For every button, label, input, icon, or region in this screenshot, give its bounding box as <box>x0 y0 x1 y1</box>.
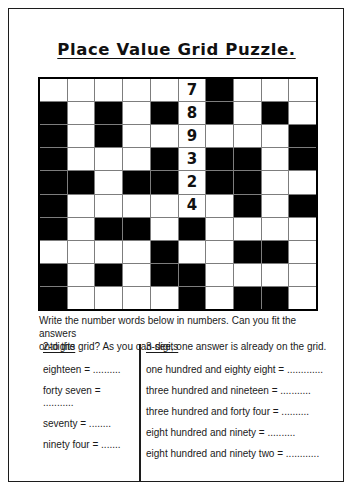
black-cell <box>123 171 150 193</box>
black-cell <box>206 148 233 170</box>
empty-cell <box>68 148 95 170</box>
empty-cell <box>95 171 122 193</box>
empty-cell <box>68 287 95 309</box>
empty-cell <box>289 102 316 124</box>
black-cell <box>40 148 67 170</box>
empty-cell <box>95 241 122 263</box>
empty-cell <box>289 171 316 193</box>
black-cell <box>262 287 289 309</box>
empty-cell <box>262 125 289 147</box>
black-cell <box>95 264 122 286</box>
prefilled-digit-cell: 8 <box>179 102 206 124</box>
empty-cell <box>68 241 95 263</box>
empty-cell <box>123 79 150 101</box>
empty-cell <box>234 125 261 147</box>
clue-item: eight hundred and ninety = .......... <box>146 427 336 439</box>
empty-cell <box>68 125 95 147</box>
empty-cell <box>289 79 316 101</box>
empty-cell <box>151 125 178 147</box>
empty-cell <box>179 241 206 263</box>
empty-cell <box>123 148 150 170</box>
black-cell <box>68 171 95 193</box>
empty-cell <box>206 195 233 217</box>
clue-item: seventy = ........ <box>43 418 133 430</box>
three-digit-header: 3-digits <box>146 341 336 353</box>
empty-cell <box>95 148 122 170</box>
empty-cell <box>262 79 289 101</box>
empty-cell <box>206 125 233 147</box>
empty-cell <box>40 79 67 101</box>
three-digit-clues: 3-digits one hundred and eighty eight = … <box>146 341 336 469</box>
empty-cell <box>234 102 261 124</box>
empty-cell <box>206 241 233 263</box>
black-cell <box>262 102 289 124</box>
black-cell <box>151 264 178 286</box>
clue-item: forty seven = ........... <box>43 385 133 409</box>
black-cell <box>40 102 67 124</box>
black-cell <box>234 195 261 217</box>
black-cell <box>179 264 206 286</box>
black-cell <box>40 218 67 240</box>
empty-cell <box>95 195 122 217</box>
black-cell <box>234 171 261 193</box>
empty-cell <box>206 287 233 309</box>
empty-cell <box>262 171 289 193</box>
clue-item: eighteen = .......... <box>43 364 133 376</box>
black-cell <box>234 148 261 170</box>
black-cell <box>40 195 67 217</box>
empty-cell <box>151 79 178 101</box>
empty-cell <box>123 287 150 309</box>
two-digit-header: 2-digits <box>43 341 133 353</box>
prefilled-digit-cell: 9 <box>179 125 206 147</box>
empty-cell <box>289 241 316 263</box>
black-cell <box>206 79 233 101</box>
empty-cell <box>68 264 95 286</box>
black-cell <box>123 218 150 240</box>
empty-cell <box>234 79 261 101</box>
black-cell <box>262 241 289 263</box>
black-cell <box>179 287 206 309</box>
black-cell <box>206 102 233 124</box>
empty-cell <box>234 264 261 286</box>
clue-item: ninety four = ....... <box>43 439 133 451</box>
page-title: Place Value Grid Puzzle. <box>0 40 353 59</box>
black-cell <box>206 171 233 193</box>
clue-item: eight hundred and ninety two = .........… <box>146 448 336 460</box>
black-cell <box>95 102 122 124</box>
black-cell <box>95 218 122 240</box>
empty-cell <box>40 241 67 263</box>
black-cell <box>289 195 316 217</box>
empty-cell <box>123 102 150 124</box>
instructions-line-1: Write the number words below in numbers.… <box>39 314 329 340</box>
column-divider <box>139 344 141 482</box>
empty-cell <box>95 79 122 101</box>
puzzle-grid: 789324 <box>38 77 318 311</box>
black-cell <box>40 171 67 193</box>
empty-cell <box>262 218 289 240</box>
empty-cell <box>123 241 150 263</box>
black-cell <box>151 148 178 170</box>
clue-item: three hundred and nineteen = ........... <box>146 385 336 397</box>
black-cell <box>151 102 178 124</box>
black-cell <box>151 171 178 193</box>
empty-cell <box>68 79 95 101</box>
prefilled-digit-cell: 3 <box>179 148 206 170</box>
black-cell <box>289 125 316 147</box>
empty-cell <box>262 148 289 170</box>
empty-cell <box>206 218 233 240</box>
empty-cell <box>123 264 150 286</box>
clue-item: three hundred and forty four = .........… <box>146 406 336 418</box>
prefilled-digit-cell: 4 <box>179 195 206 217</box>
empty-cell <box>289 264 316 286</box>
clue-item: one hundred and eighty eight = .........… <box>146 364 336 376</box>
prefilled-digit-cell: 2 <box>179 171 206 193</box>
black-cell <box>289 148 316 170</box>
black-cell <box>40 287 67 309</box>
black-cell <box>151 241 178 263</box>
black-cell <box>234 287 261 309</box>
black-cell <box>40 264 67 286</box>
two-digit-clues: 2-digits eighteen = .......... forty sev… <box>43 341 133 460</box>
empty-cell <box>68 102 95 124</box>
empty-cell <box>206 264 233 286</box>
empty-cell <box>68 195 95 217</box>
empty-cell <box>289 287 316 309</box>
black-cell <box>95 125 122 147</box>
prefilled-digit-cell: 7 <box>179 79 206 101</box>
empty-cell <box>123 195 150 217</box>
black-cell <box>179 218 206 240</box>
empty-cell <box>123 125 150 147</box>
empty-cell <box>262 264 289 286</box>
empty-cell <box>234 218 261 240</box>
empty-cell <box>262 195 289 217</box>
empty-cell <box>151 218 178 240</box>
black-cell <box>40 125 67 147</box>
empty-cell <box>95 287 122 309</box>
empty-cell <box>68 218 95 240</box>
empty-cell <box>151 287 178 309</box>
empty-cell <box>151 195 178 217</box>
black-cell <box>234 241 261 263</box>
empty-cell <box>289 218 316 240</box>
